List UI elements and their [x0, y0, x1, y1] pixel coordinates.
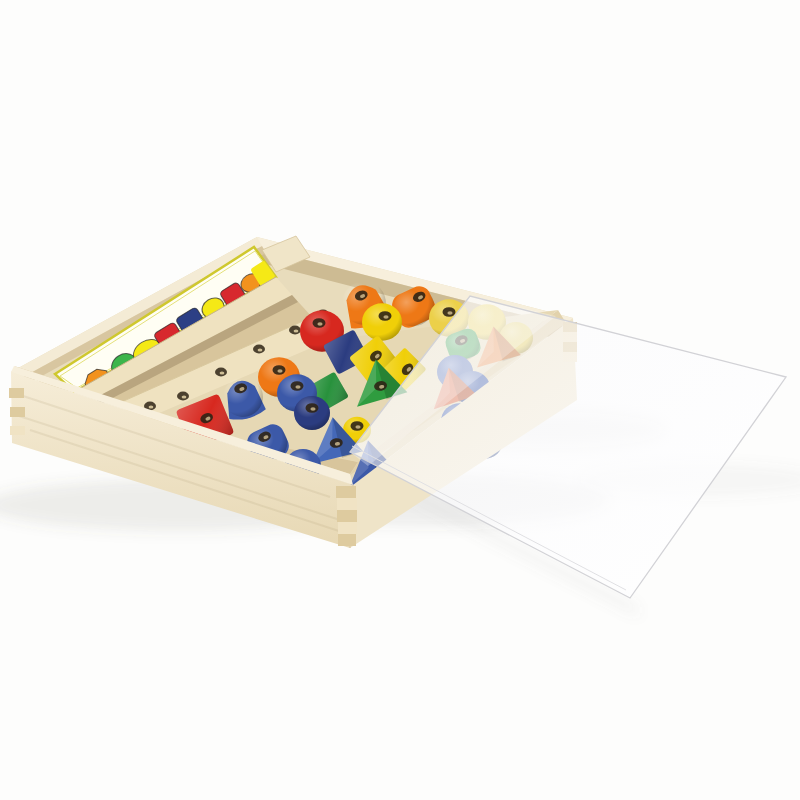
bead-sphere — [362, 303, 402, 341]
rail-hole — [289, 326, 301, 335]
finger-joints-left — [9, 388, 25, 435]
bead-sphere — [294, 396, 330, 430]
rail-hole — [253, 345, 265, 354]
product-photo-bead-sequencing-box — [0, 0, 800, 800]
rail-hole — [177, 392, 189, 401]
finger-joints-front — [336, 486, 357, 546]
rail-hole — [215, 368, 227, 377]
